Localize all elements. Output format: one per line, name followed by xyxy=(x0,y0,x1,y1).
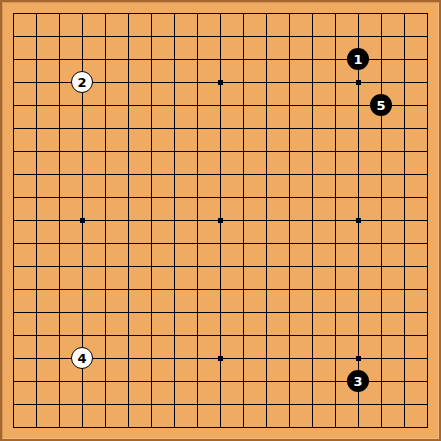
board-intersections: 12345 xyxy=(2,2,439,439)
white-stone-4: 4 xyxy=(71,347,93,369)
star-point xyxy=(356,218,361,223)
board-intersection xyxy=(347,347,370,370)
board-intersection: 1 xyxy=(347,48,370,71)
black-stone-1: 1 xyxy=(347,48,369,70)
star-point xyxy=(356,356,361,361)
board-intersection xyxy=(347,71,370,94)
star-point xyxy=(356,80,361,85)
white-stone-2: 2 xyxy=(71,71,93,93)
go-board: 12345 xyxy=(0,0,441,441)
black-stone-3: 3 xyxy=(347,370,369,392)
star-point xyxy=(80,218,85,223)
star-point xyxy=(218,218,223,223)
board-intersection xyxy=(209,209,232,232)
board-intersection: 2 xyxy=(71,71,94,94)
black-stone-5: 5 xyxy=(370,94,392,116)
board-intersection: 4 xyxy=(71,347,94,370)
board-intersection xyxy=(209,347,232,370)
board-intersection xyxy=(71,209,94,232)
board-intersection xyxy=(347,209,370,232)
board-intersection xyxy=(209,71,232,94)
board-intersection: 3 xyxy=(347,370,370,393)
star-point xyxy=(218,80,223,85)
star-point xyxy=(218,356,223,361)
board-intersection: 5 xyxy=(370,94,393,117)
